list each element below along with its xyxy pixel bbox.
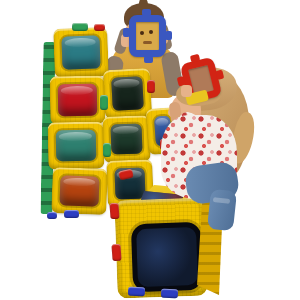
panel-window-orange-red [59, 175, 99, 206]
panel-window-teal-green [56, 130, 97, 162]
cube-clip-blue [128, 287, 145, 297]
boy-blue-peek-frame [129, 15, 166, 57]
girl-raised-hand [181, 85, 192, 97]
boy-mouth [143, 41, 152, 44]
photo-scene [0, 0, 300, 300]
wall-panel-r1c1 [53, 27, 109, 78]
cube-front-window [131, 222, 203, 292]
connector-clip-blue [47, 212, 57, 219]
cube-clip-red [109, 203, 119, 220]
connector-clip-green [100, 95, 108, 110]
frame-tooth [165, 31, 172, 40]
panel-window-dark-green [111, 76, 144, 111]
cube-clip-blue [161, 289, 178, 299]
frame-tooth [144, 56, 153, 63]
connector-clip-blue [64, 210, 79, 218]
connector-clip-red [147, 80, 155, 93]
connector-clip-red [94, 24, 105, 31]
wall-panel-r4c1 [51, 167, 108, 215]
cube-clip-red [111, 244, 121, 262]
boy-left-eye [140, 31, 144, 35]
wall-panel-r3c1 [48, 122, 105, 170]
frame-tooth [123, 28, 130, 37]
panel-window-bottle-green [110, 123, 142, 154]
wall-panel-r2c2 [103, 68, 153, 119]
connector-clip-green [103, 143, 111, 157]
frame-tooth [190, 54, 200, 63]
boy-right-eye [149, 30, 153, 34]
panel-window-teal [61, 35, 100, 69]
wall-panel-r2c1 [50, 76, 106, 125]
panel-window-red [58, 84, 98, 117]
girl-jeans-shin [207, 189, 237, 231]
frame-tooth [142, 9, 151, 16]
connector-clip-green [72, 23, 88, 31]
